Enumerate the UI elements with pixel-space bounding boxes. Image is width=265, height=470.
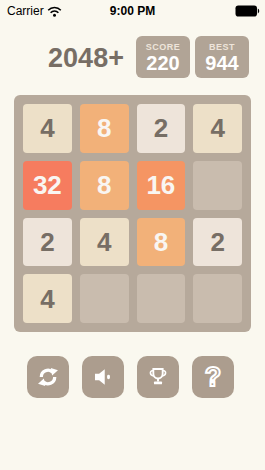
speaker-icon (90, 364, 116, 390)
clock: 9:00 PM (0, 4, 265, 18)
best-box: BEST 944 (195, 36, 249, 78)
best-value: 944 (195, 53, 249, 73)
best-label: BEST (195, 42, 249, 52)
restart-button[interactable] (27, 356, 69, 398)
empty-cell (193, 274, 242, 323)
score-box: SCORE 220 (136, 36, 190, 78)
score-value: 220 (136, 53, 190, 73)
tile-2: 2 (137, 104, 186, 153)
toolbar: ? (27, 356, 234, 398)
restart-icon (35, 364, 61, 390)
question-icon: ? (205, 364, 222, 391)
app-title: 2048+ (48, 43, 124, 74)
tile-8: 8 (137, 218, 186, 267)
tile-8: 8 (80, 104, 129, 153)
app-screen: Carrier 9:00 PM 2048+ SCORE 220 BEST 944… (0, 0, 265, 470)
tile-2: 2 (193, 218, 242, 267)
empty-cell (80, 274, 129, 323)
battery-icon (235, 5, 260, 17)
empty-cell (137, 274, 186, 323)
sound-button[interactable] (82, 356, 124, 398)
empty-cell (193, 161, 242, 210)
score-label: SCORE (136, 42, 190, 52)
tile-2: 2 (23, 218, 72, 267)
tile-4: 4 (193, 104, 242, 153)
game-board[interactable]: 48243281624824 (14, 95, 251, 332)
status-bar: Carrier 9:00 PM (0, 0, 265, 20)
tile-4: 4 (80, 218, 129, 267)
tile-4: 4 (23, 104, 72, 153)
tile-16: 16 (137, 161, 186, 210)
help-button[interactable]: ? (192, 356, 234, 398)
leaderboard-button[interactable] (137, 356, 179, 398)
tile-32: 32 (23, 161, 72, 210)
tile-4: 4 (23, 274, 72, 323)
tile-8: 8 (80, 161, 129, 210)
trophy-icon (145, 364, 171, 390)
